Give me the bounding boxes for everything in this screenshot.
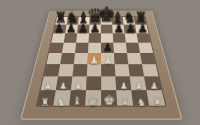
square-h3[interactable]: [142, 64, 158, 76]
square-c3[interactable]: [72, 64, 87, 76]
square-g6[interactable]: [125, 33, 139, 42]
square-b5[interactable]: [62, 43, 76, 53]
square-c5[interactable]: [75, 43, 89, 53]
square-g3[interactable]: [128, 64, 144, 76]
square-h5[interactable]: [138, 43, 153, 53]
square-e3[interactable]: [101, 64, 115, 76]
square-b6[interactable]: [64, 33, 77, 42]
white-rook-h1[interactable]: ♜: [140, 97, 176, 107]
black-pawn-e5[interactable]: ♟: [93, 43, 122, 54]
chessboard: ♜♞♝♛♚♝♞♜♟♟♟♟♟♟♟♟♟♟♟♟♟♟♟♟♜♞♝♛♚♝♞♜: [37, 17, 165, 106]
square-e4[interactable]: ♟: [101, 53, 115, 64]
white-queen-d1[interactable]: ♛: [75, 94, 111, 107]
square-b4[interactable]: [60, 53, 75, 64]
square-d3[interactable]: [87, 64, 101, 76]
square-h4[interactable]: [140, 53, 156, 64]
white-pawn-h2[interactable]: ♟: [137, 82, 171, 91]
square-h1[interactable]: ♜: [147, 90, 166, 105]
square-c2[interactable]: ♟: [71, 77, 87, 91]
square-b1[interactable]: ♞: [53, 90, 71, 105]
white-knight-b1[interactable]: ♞: [43, 97, 79, 107]
square-e5[interactable]: ♟: [101, 43, 114, 53]
square-g5[interactable]: [126, 43, 140, 53]
white-pawn-e4[interactable]: ♟: [93, 55, 124, 65]
board-frame: ♜♞♝♛♚♝♞♜♟♟♟♟♟♟♟♟♟♟♟♟♟♟♟♟♜♞♝♛♚♝♞♜: [20, 11, 183, 120]
chess-app-window: ♜♞♝♛♚♝♞♜♟♟♟♟♟♟♟♟♟♟♟♟♟♟♟♟♜♞♝♛♚♝♞♜: [0, 0, 200, 125]
square-f6[interactable]: [113, 33, 126, 42]
square-c6[interactable]: [76, 33, 89, 42]
square-f3[interactable]: [115, 64, 130, 76]
black-pawn-d7[interactable]: ♟: [82, 22, 109, 34]
white-pawn-c2[interactable]: ♟: [61, 82, 95, 91]
square-a4[interactable]: [47, 53, 62, 64]
square-h2[interactable]: ♟: [144, 77, 162, 91]
board-scene: ♜♞♝♛♚♝♞♜♟♟♟♟♟♟♟♟♟♟♟♟♟♟♟♟♜♞♝♛♚♝♞♜: [0, 0, 200, 125]
square-g4[interactable]: [127, 53, 142, 64]
square-d6[interactable]: [89, 33, 101, 42]
square-h6[interactable]: [137, 33, 151, 42]
square-d7[interactable]: ♟: [89, 25, 101, 34]
square-b3[interactable]: [58, 64, 74, 76]
black-pawn-h7[interactable]: ♟: [129, 22, 156, 34]
square-h7[interactable]: ♟: [135, 25, 148, 34]
